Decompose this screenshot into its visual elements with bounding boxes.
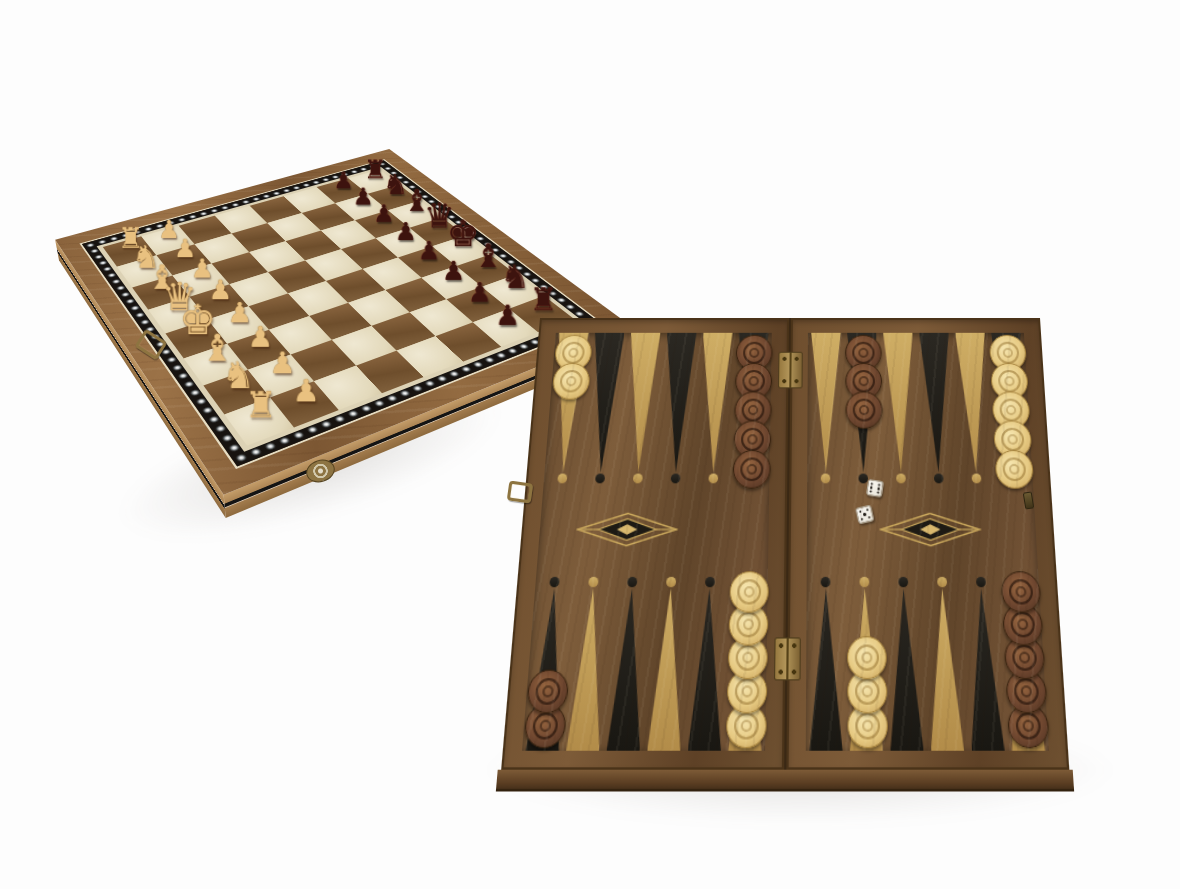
point-triangle bbox=[698, 333, 733, 480]
backgammon-right-field bbox=[806, 333, 1049, 751]
point-triangle bbox=[585, 333, 625, 480]
backgammon-point-black[interactable] bbox=[806, 569, 847, 751]
backgammon-point-gold[interactable] bbox=[880, 333, 920, 491]
points-top-left bbox=[543, 333, 772, 491]
point-triangle bbox=[811, 333, 842, 480]
hinge-top-icon bbox=[778, 352, 803, 389]
chess-square[interactable] bbox=[332, 326, 397, 366]
point-triangle bbox=[883, 333, 916, 480]
backgammon-point-black[interactable] bbox=[732, 333, 772, 491]
backgammon-point-gold[interactable] bbox=[725, 569, 768, 751]
checker-light[interactable] bbox=[551, 363, 590, 400]
backgammon-point-gold[interactable] bbox=[845, 569, 887, 751]
backgammon-point-black[interactable] bbox=[916, 333, 958, 491]
backgammon-point-black[interactable] bbox=[656, 333, 700, 491]
die-showing-6[interactable] bbox=[866, 479, 884, 498]
point-triangle bbox=[607, 580, 649, 751]
die-pip bbox=[869, 490, 872, 493]
point-triangle bbox=[622, 333, 660, 480]
die-pip bbox=[861, 518, 864, 521]
backgammon-case-front-edge bbox=[496, 770, 1074, 792]
checker-light[interactable] bbox=[995, 450, 1035, 489]
point-triangle bbox=[887, 580, 923, 751]
chess-square[interactable]: ♜ bbox=[224, 398, 294, 446]
backgammon-stage bbox=[470, 298, 1180, 888]
die-pip bbox=[859, 510, 862, 513]
point-triangle bbox=[660, 333, 697, 480]
die-pip bbox=[870, 482, 873, 485]
inlay-motif-left bbox=[574, 511, 678, 549]
hinge-middle-icon bbox=[774, 637, 801, 680]
point-triangle bbox=[919, 333, 954, 480]
backgammon-point-gold[interactable] bbox=[644, 569, 691, 751]
die-showing-5[interactable] bbox=[855, 505, 874, 525]
backgammon-point-gold[interactable] bbox=[999, 569, 1048, 751]
point-triangle bbox=[647, 580, 687, 751]
checker-dark[interactable] bbox=[845, 391, 882, 428]
backgammon-point-gold[interactable] bbox=[807, 333, 845, 491]
die-pip bbox=[877, 491, 880, 494]
point-triangle bbox=[566, 580, 609, 751]
point-triangle bbox=[955, 333, 992, 480]
checker-dark[interactable] bbox=[733, 450, 771, 489]
die-pip bbox=[866, 508, 869, 511]
point-triangle bbox=[965, 580, 1005, 751]
die-pip bbox=[878, 487, 881, 490]
backgammon-point-black[interactable] bbox=[844, 333, 883, 491]
point-triangle bbox=[809, 580, 842, 751]
backgammon-board[interactable] bbox=[501, 318, 1069, 770]
die-pip bbox=[863, 513, 866, 516]
point-triangle bbox=[688, 580, 726, 751]
checker-light[interactable] bbox=[847, 636, 887, 679]
backgammon-point-black[interactable] bbox=[884, 569, 928, 751]
backgammon-point-gold[interactable] bbox=[694, 333, 736, 491]
die-pip bbox=[878, 483, 881, 486]
die-pip bbox=[870, 486, 873, 489]
points-top-right bbox=[807, 333, 1033, 491]
points-bottom-right bbox=[806, 569, 1049, 751]
dice-pair[interactable] bbox=[857, 480, 900, 539]
backgammon-left-field bbox=[522, 333, 772, 751]
backgammon-point-black[interactable] bbox=[988, 333, 1033, 491]
backgammon-latch-left-icon[interactable] bbox=[507, 480, 534, 503]
backgammon-point-black[interactable] bbox=[684, 569, 729, 751]
backgammon-right-half bbox=[785, 318, 1069, 770]
die-pip bbox=[868, 516, 871, 519]
chess-piece-white-rook[interactable]: ♜ bbox=[235, 387, 287, 423]
points-bottom-left bbox=[522, 569, 768, 751]
product-photo-scene: ♜♟♟♜♞♟♟♞♝♟♟♝♛♟♟♛♚♟♟♚♝♟♟♝♞♟♟♞♜♟♟♜ bbox=[0, 0, 1180, 889]
chess-piece-white-pawn[interactable]: ♟ bbox=[281, 375, 332, 406]
point-triangle bbox=[926, 580, 964, 751]
backgammon-left-half bbox=[501, 318, 790, 770]
